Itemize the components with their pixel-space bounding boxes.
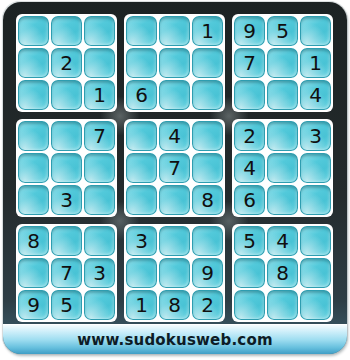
sudoku-cell-empty[interactable]	[126, 48, 157, 78]
sudoku-cell-empty[interactable]	[84, 185, 115, 215]
sudoku-cell-empty[interactable]	[267, 121, 298, 151]
sudoku-cell-empty[interactable]	[159, 80, 190, 110]
sudoku-cell-given[interactable]: 5	[234, 226, 265, 256]
sudoku-cell-given[interactable]: 6	[126, 80, 157, 110]
sudoku-cell-empty[interactable]	[18, 48, 49, 78]
sudoku-cell-given[interactable]: 9	[18, 290, 49, 320]
sudoku-cell-given[interactable]: 5	[51, 290, 82, 320]
sudoku-cell-empty[interactable]	[18, 153, 49, 183]
sudoku-cell-given[interactable]: 2	[192, 290, 223, 320]
sudoku-cell-given[interactable]: 3	[51, 185, 82, 215]
sudoku-cell-empty[interactable]	[300, 258, 331, 288]
sudoku-cell-empty[interactable]	[51, 80, 82, 110]
sudoku-cell-empty[interactable]	[300, 226, 331, 256]
sudoku-cell-empty[interactable]	[267, 185, 298, 215]
sudoku-cell-empty[interactable]	[234, 290, 265, 320]
sudoku-cell-empty[interactable]	[267, 80, 298, 110]
sudoku-cell-given[interactable]: 6	[234, 185, 265, 215]
sudoku-cell-given[interactable]: 8	[267, 258, 298, 288]
sudoku-cell-given[interactable]: 3	[300, 121, 331, 151]
sudoku-cell-empty[interactable]	[18, 80, 49, 110]
sudoku-cell-given[interactable]: 5	[267, 16, 298, 46]
sudoku-cell-given[interactable]: 3	[126, 226, 157, 256]
sudoku-cell-given[interactable]: 1	[192, 16, 223, 46]
sudoku-cell-given[interactable]: 4	[159, 121, 190, 151]
sudoku-cell-empty[interactable]	[267, 290, 298, 320]
sudoku-box: 478	[124, 119, 225, 217]
sudoku-cell-empty[interactable]	[234, 80, 265, 110]
sudoku-cell-given[interactable]: 4	[267, 226, 298, 256]
sudoku-cell-empty[interactable]	[18, 121, 49, 151]
sudoku-box: 87395	[16, 224, 117, 322]
sudoku-cell-empty[interactable]	[300, 290, 331, 320]
sudoku-cell-empty[interactable]	[51, 226, 82, 256]
sudoku-cell-empty[interactable]	[84, 16, 115, 46]
sudoku-cell-given[interactable]: 7	[51, 258, 82, 288]
sudoku-cell-empty[interactable]	[234, 258, 265, 288]
sudoku-cell-given[interactable]: 4	[234, 153, 265, 183]
sudoku-cell-empty[interactable]	[192, 121, 223, 151]
sudoku-box: 2346	[232, 119, 333, 217]
sudoku-cell-empty[interactable]	[84, 153, 115, 183]
sudoku-cell-given[interactable]: 8	[192, 185, 223, 215]
sudoku-box: 95714	[232, 14, 333, 112]
sudoku-cell-empty[interactable]	[159, 48, 190, 78]
sudoku-cell-empty[interactable]	[51, 153, 82, 183]
site-url-text: www.sudokusweb.com	[77, 331, 272, 349]
sudoku-cell-empty[interactable]	[159, 258, 190, 288]
sudoku-cell-empty[interactable]	[126, 121, 157, 151]
sudoku-box: 548	[232, 224, 333, 322]
sudoku-cell-given[interactable]: 1	[84, 80, 115, 110]
sudoku-cell-empty[interactable]	[126, 16, 157, 46]
sudoku-box: 16	[124, 14, 225, 112]
sudoku-cell-given[interactable]: 1	[300, 48, 331, 78]
sudoku-cell-given[interactable]: 7	[159, 153, 190, 183]
sudoku-cell-empty[interactable]	[267, 153, 298, 183]
sudoku-cell-empty[interactable]	[84, 226, 115, 256]
sudoku-cell-empty[interactable]	[18, 16, 49, 46]
sudoku-cell-empty[interactable]	[18, 258, 49, 288]
sudoku-cell-empty[interactable]	[84, 48, 115, 78]
sudoku-cell-given[interactable]: 9	[234, 16, 265, 46]
sudoku-cell-empty[interactable]	[84, 290, 115, 320]
sudoku-cell-empty[interactable]	[51, 16, 82, 46]
sudoku-cell-given[interactable]: 7	[84, 121, 115, 151]
sudoku-cell-empty[interactable]	[300, 16, 331, 46]
sudoku-cell-given[interactable]: 8	[159, 290, 190, 320]
sudoku-cell-empty[interactable]	[18, 185, 49, 215]
sudoku-box: 39182	[124, 224, 225, 322]
sudoku-cell-empty[interactable]	[126, 258, 157, 288]
sudoku-cell-empty[interactable]	[192, 80, 223, 110]
footer: www.sudokusweb.com	[3, 324, 347, 354]
sudoku-board: 2116957147347823468739539182548 www.sudo…	[3, 2, 347, 354]
sudoku-cell-empty[interactable]	[192, 226, 223, 256]
sudoku-box: 21	[16, 14, 117, 112]
sudoku-cell-empty[interactable]	[126, 153, 157, 183]
sudoku-cell-given[interactable]: 8	[18, 226, 49, 256]
sudoku-cell-empty[interactable]	[51, 121, 82, 151]
sudoku-cell-empty[interactable]	[192, 153, 223, 183]
sudoku-cell-given[interactable]: 9	[192, 258, 223, 288]
sudoku-cell-empty[interactable]	[300, 185, 331, 215]
sudoku-cell-given[interactable]: 1	[126, 290, 157, 320]
sudoku-cell-given[interactable]: 3	[84, 258, 115, 288]
sudoku-cell-empty[interactable]	[159, 226, 190, 256]
sudoku-cell-given[interactable]: 4	[300, 80, 331, 110]
sudoku-cell-empty[interactable]	[267, 48, 298, 78]
sudoku-box: 73	[16, 119, 117, 217]
sudoku-cell-empty[interactable]	[126, 185, 157, 215]
sudoku-cell-empty[interactable]	[192, 48, 223, 78]
sudoku-cell-empty[interactable]	[159, 185, 190, 215]
sudoku-cell-given[interactable]: 2	[51, 48, 82, 78]
sudoku-cell-empty[interactable]	[159, 16, 190, 46]
sudoku-grid: 2116957147347823468739539182548	[3, 2, 347, 324]
sudoku-cell-given[interactable]: 2	[234, 121, 265, 151]
sudoku-cell-given[interactable]: 7	[234, 48, 265, 78]
sudoku-cell-empty[interactable]	[300, 153, 331, 183]
